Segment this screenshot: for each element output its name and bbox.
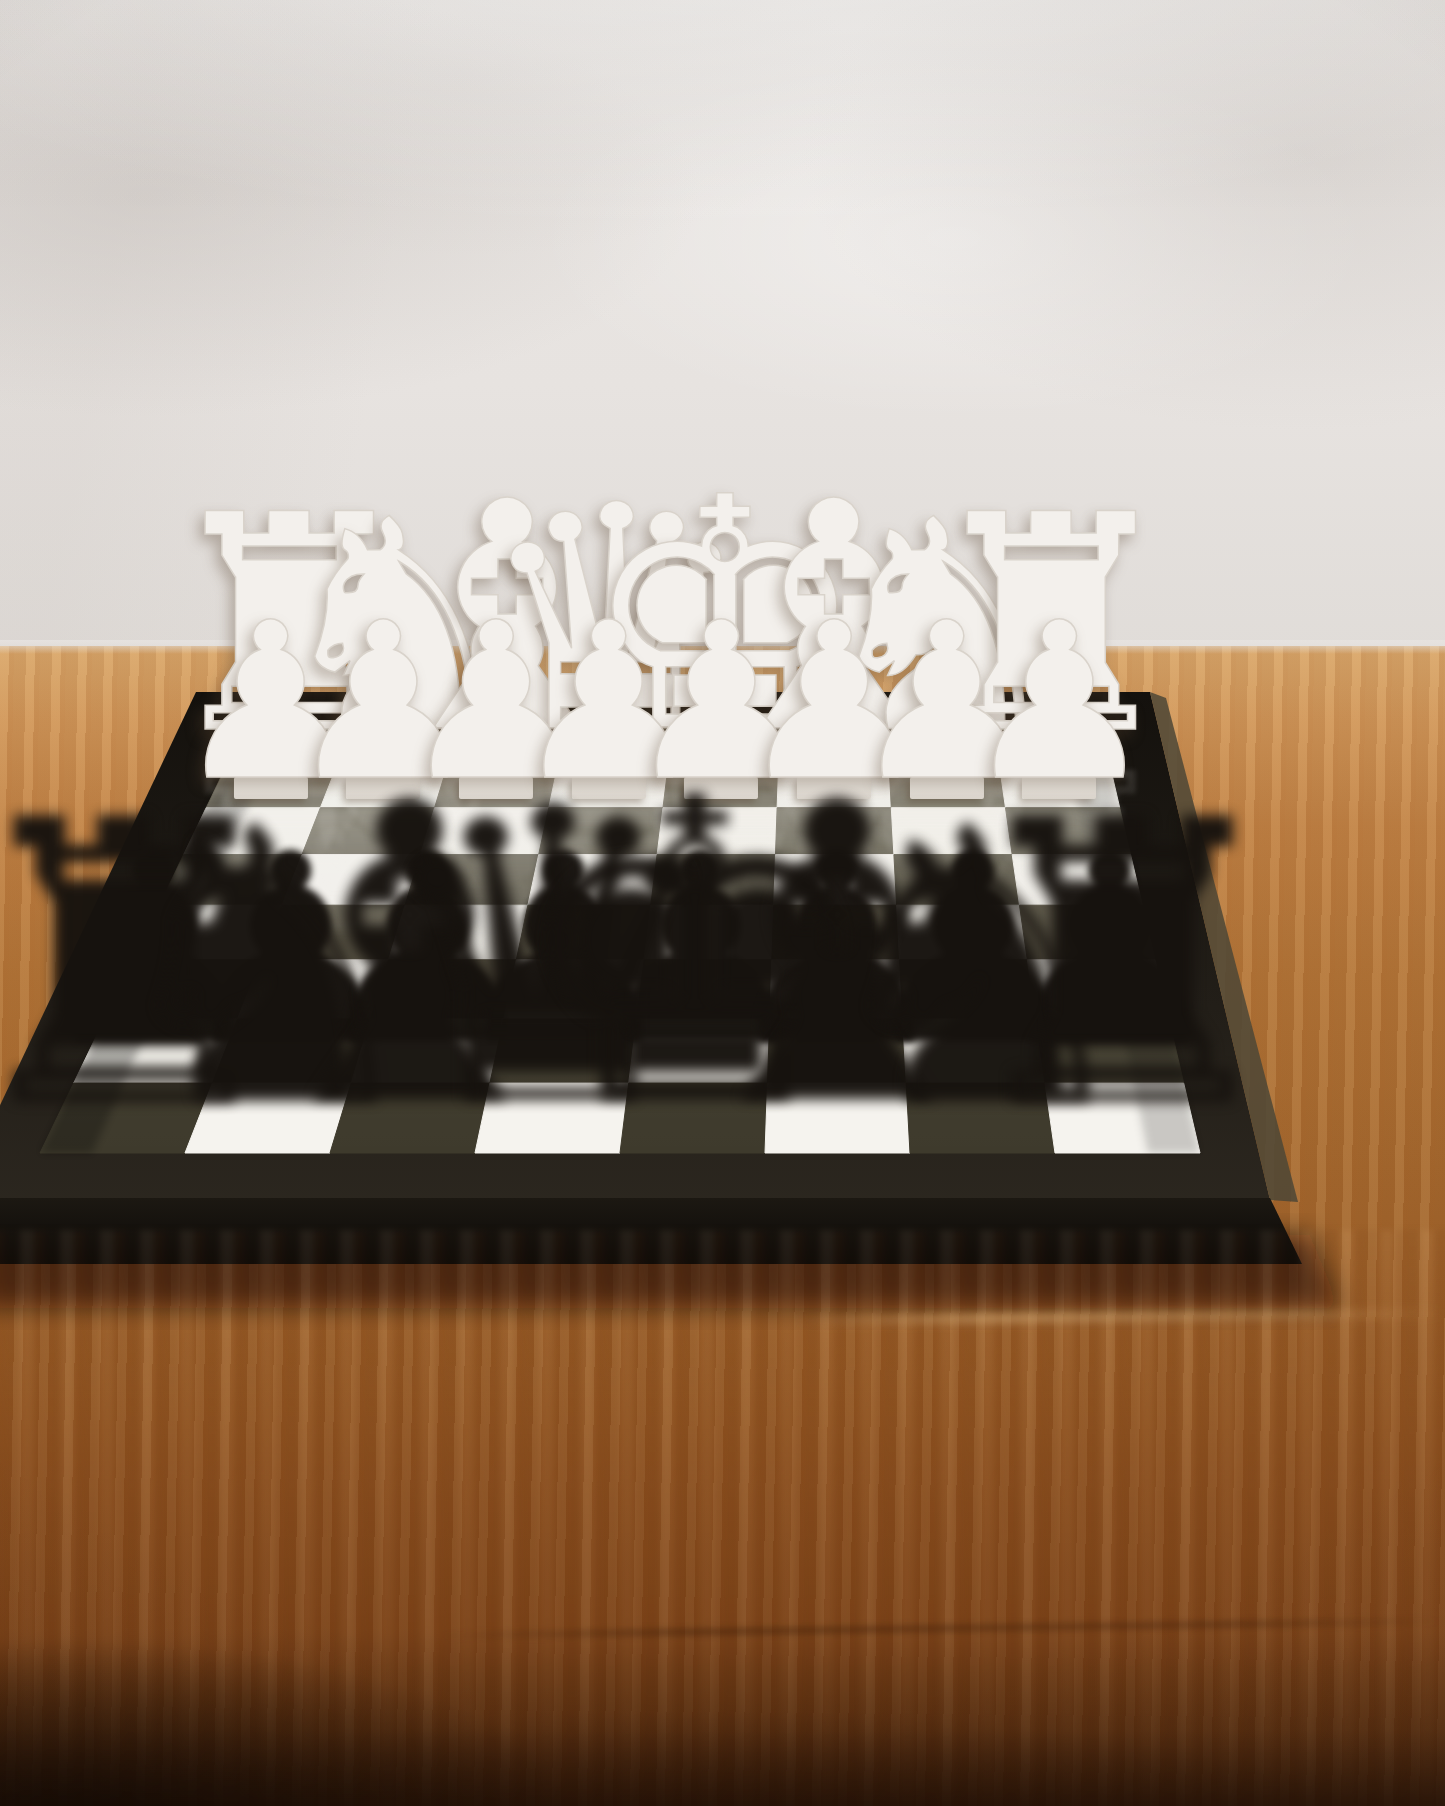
chess-photo-scene: ♜♜♞♞♝♝♛♛♚♚♝♝♞♞♜♜♟♟♟♟♟♟♟♟♟♟♟♟♟♟♟♟♟♟♟♟♟♟♟♟… bbox=[0, 0, 1445, 1806]
fabric-backdrop bbox=[0, 0, 1445, 700]
table-edge-soft-focus bbox=[0, 640, 1445, 654]
